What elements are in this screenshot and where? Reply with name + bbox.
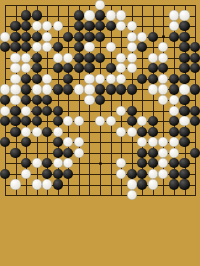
black-stone — [148, 74, 158, 84]
black-stone — [179, 95, 189, 105]
black-stone — [10, 32, 20, 42]
black-stone — [84, 63, 94, 73]
black-stone — [32, 74, 42, 84]
white-stone — [148, 84, 158, 94]
black-stone — [190, 106, 200, 116]
black-stone — [190, 84, 200, 94]
black-stone — [21, 84, 31, 94]
black-stone — [106, 21, 116, 31]
black-stone — [10, 127, 20, 137]
black-stone — [190, 148, 200, 158]
white-stone — [84, 42, 94, 52]
white-stone — [169, 148, 179, 158]
white-stone — [42, 179, 52, 189]
white-stone — [10, 74, 20, 84]
white-stone — [116, 106, 126, 116]
black-stone — [95, 84, 105, 94]
white-stone — [10, 179, 20, 189]
black-stone — [42, 127, 52, 137]
white-stone — [116, 53, 126, 63]
black-stone — [169, 84, 179, 94]
black-stone — [84, 53, 94, 63]
black-stone — [179, 127, 189, 137]
white-stone — [106, 74, 116, 84]
white-stone — [74, 148, 84, 158]
white-stone — [0, 84, 10, 94]
white-stone — [169, 10, 179, 20]
black-stone — [10, 148, 20, 158]
white-stone — [10, 53, 20, 63]
black-stone — [179, 32, 189, 42]
white-stone — [148, 169, 158, 179]
white-stone — [21, 106, 31, 116]
white-stone — [53, 21, 63, 31]
white-stone — [10, 95, 20, 105]
white-stone — [106, 42, 116, 52]
white-stone — [32, 179, 42, 189]
white-stone — [127, 21, 137, 31]
black-stone — [179, 137, 189, 147]
white-stone — [84, 10, 94, 20]
black-stone — [63, 84, 73, 94]
white-stone — [179, 10, 189, 20]
white-stone — [127, 190, 137, 200]
black-stone — [53, 179, 63, 189]
black-stone — [179, 63, 189, 73]
black-stone — [10, 21, 20, 31]
white-stone — [179, 84, 189, 94]
black-stone — [74, 10, 84, 20]
black-stone — [84, 32, 94, 42]
white-stone — [21, 53, 31, 63]
white-stone — [0, 32, 10, 42]
white-stone — [127, 53, 137, 63]
black-stone — [53, 116, 63, 126]
black-stone — [95, 53, 105, 63]
black-stone — [179, 53, 189, 63]
black-stone — [179, 42, 189, 52]
black-stone — [179, 106, 189, 116]
black-stone — [95, 10, 105, 20]
white-stone — [21, 127, 31, 137]
black-stone — [21, 10, 31, 20]
white-stone — [53, 53, 63, 63]
black-stone — [84, 21, 94, 31]
black-stone — [32, 53, 42, 63]
black-stone — [190, 116, 200, 126]
black-stone — [53, 169, 63, 179]
black-stone — [42, 106, 52, 116]
white-stone — [95, 74, 105, 84]
white-stone — [84, 84, 94, 94]
black-stone — [10, 106, 20, 116]
black-stone — [106, 84, 116, 94]
black-stone — [53, 106, 63, 116]
black-stone — [179, 21, 189, 31]
white-stone — [42, 32, 52, 42]
white-stone — [148, 179, 158, 189]
white-stone — [84, 74, 94, 84]
white-stone — [10, 63, 20, 73]
black-stone — [10, 42, 20, 52]
black-stone — [74, 32, 84, 42]
black-stone — [32, 106, 42, 116]
black-stone — [32, 32, 42, 42]
white-stone — [127, 127, 137, 137]
black-stone — [32, 116, 42, 126]
white-stone — [53, 127, 63, 137]
white-stone — [179, 116, 189, 126]
black-stone — [148, 148, 158, 158]
black-stone — [179, 74, 189, 84]
white-stone — [32, 21, 42, 31]
black-stone — [179, 169, 189, 179]
white-stone — [32, 42, 42, 52]
black-stone — [148, 32, 158, 42]
white-stone — [10, 84, 20, 94]
control-bar: 19 undo redo pass next reset P1 P2 + - + — [0, 200, 200, 266]
black-stone — [190, 63, 200, 73]
white-stone — [0, 106, 10, 116]
white-stone — [127, 179, 137, 189]
go-app: 19 undo redo pass next reset P1 P2 + - + — [0, 0, 200, 266]
black-stone — [116, 84, 126, 94]
black-stone — [148, 127, 158, 137]
white-stone — [169, 106, 179, 116]
black-stone — [190, 53, 200, 63]
black-stone — [169, 74, 179, 84]
white-stone — [32, 84, 42, 94]
black-stone — [127, 116, 137, 126]
white-stone — [116, 10, 126, 20]
black-stone — [21, 32, 31, 42]
black-stone — [169, 32, 179, 42]
white-stone — [158, 84, 168, 94]
black-stone — [179, 179, 189, 189]
black-stone — [95, 32, 105, 42]
black-stone — [190, 42, 200, 52]
black-stone — [127, 84, 137, 94]
black-stone — [169, 127, 179, 137]
white-stone — [116, 127, 126, 137]
white-stone — [74, 84, 84, 94]
black-stone — [32, 10, 42, 20]
black-stone — [137, 179, 147, 189]
white-stone — [127, 32, 137, 42]
white-stone — [127, 42, 137, 52]
white-stone — [32, 127, 42, 137]
black-stone — [169, 169, 179, 179]
black-stone — [169, 179, 179, 189]
black-stone — [32, 95, 42, 105]
black-stone — [74, 53, 84, 63]
white-stone — [42, 84, 52, 94]
star-point — [99, 162, 102, 165]
white-stone — [106, 10, 116, 20]
black-stone — [10, 116, 20, 126]
white-stone — [148, 53, 158, 63]
black-stone — [53, 84, 63, 94]
black-stone — [127, 106, 137, 116]
go-board[interactable] — [0, 0, 200, 200]
black-stone — [127, 169, 137, 179]
white-stone — [106, 116, 116, 126]
black-stone — [53, 148, 63, 158]
white-stone — [84, 95, 94, 105]
